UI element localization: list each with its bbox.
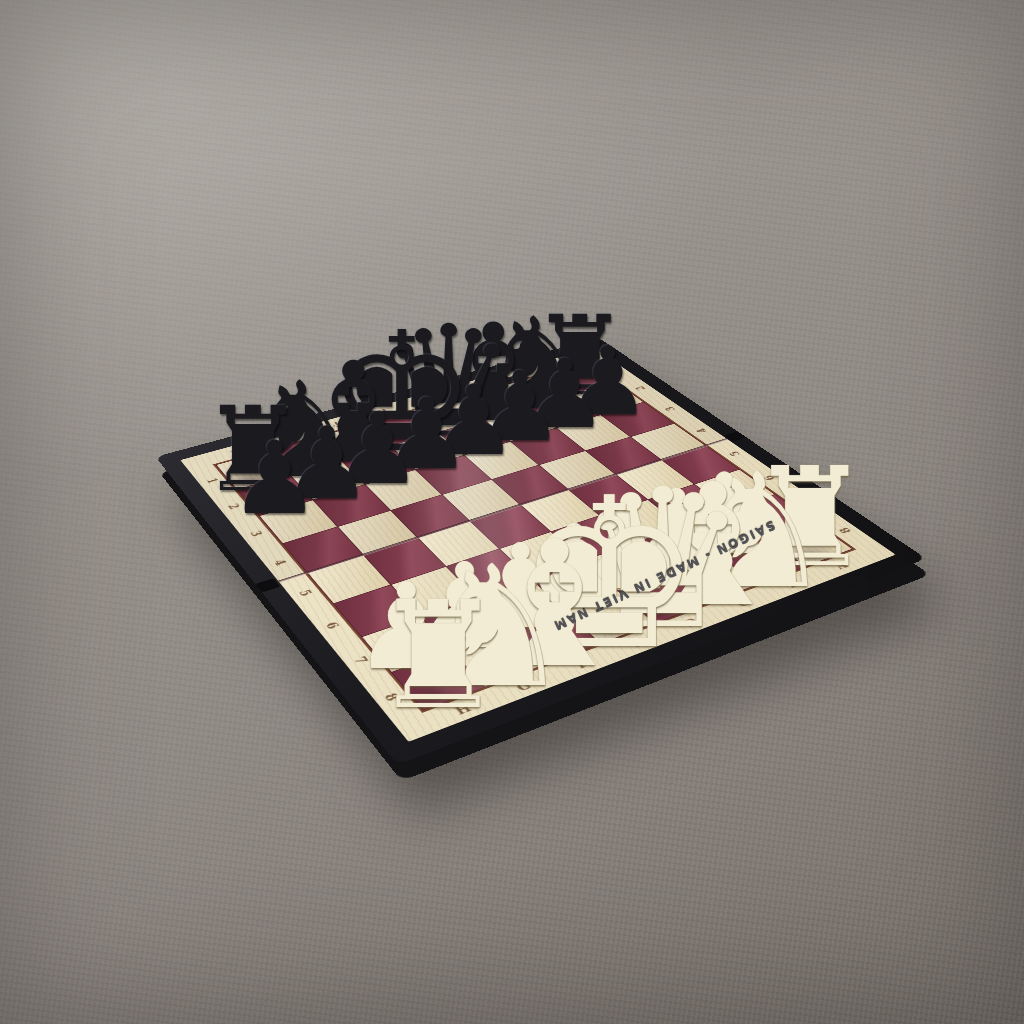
scene: 1122334455667788HHGGFFEEDDCCBBAA ♜♞♝♛♚♝♞…	[0, 0, 1024, 1024]
chess-board: 1122334455667788HHGGFFEEDDCCBBAA	[156, 338, 927, 765]
board-wrap: 1122334455667788HHGGFFEEDDCCBBAA	[240, 225, 800, 785]
